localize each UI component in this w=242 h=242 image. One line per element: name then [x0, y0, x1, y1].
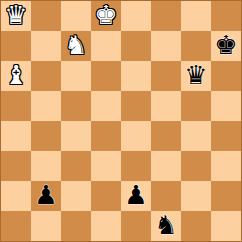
square-d5[interactable]	[91, 91, 121, 121]
square-b1[interactable]	[31, 211, 61, 241]
square-f2[interactable]	[151, 181, 181, 211]
square-h2[interactable]	[211, 181, 241, 211]
square-c1[interactable]	[61, 211, 91, 241]
square-d2[interactable]	[91, 181, 121, 211]
square-f1[interactable]: ♞	[151, 211, 181, 241]
square-b3[interactable]	[31, 151, 61, 181]
square-a4[interactable]	[1, 121, 31, 151]
square-a8[interactable]: ♛	[1, 1, 31, 31]
square-e5[interactable]	[121, 91, 151, 121]
square-f6[interactable]	[151, 61, 181, 91]
square-d4[interactable]	[91, 121, 121, 151]
square-a3[interactable]	[1, 151, 31, 181]
square-a6[interactable]: ♝	[1, 61, 31, 91]
square-c3[interactable]	[61, 151, 91, 181]
piece-black-pawn: ♟	[124, 182, 147, 208]
piece-black-knight: ♞	[154, 212, 177, 238]
square-h4[interactable]	[211, 121, 241, 151]
square-g8[interactable]	[181, 1, 211, 31]
piece-black-queen: ♛	[184, 62, 207, 88]
square-g7[interactable]	[181, 31, 211, 61]
square-f8[interactable]	[151, 1, 181, 31]
square-d8[interactable]: ♚	[91, 1, 121, 31]
square-g1[interactable]	[181, 211, 211, 241]
square-e6[interactable]	[121, 61, 151, 91]
square-h3[interactable]	[211, 151, 241, 181]
square-g5[interactable]	[181, 91, 211, 121]
square-h7[interactable]: ♚	[211, 31, 241, 61]
square-g3[interactable]	[181, 151, 211, 181]
square-b8[interactable]	[31, 1, 61, 31]
square-e1[interactable]	[121, 211, 151, 241]
square-g4[interactable]	[181, 121, 211, 151]
piece-white-queen: ♛	[4, 2, 27, 28]
chess-board: ♛♚♞♚♝♛♟♟♞	[0, 0, 242, 242]
square-d1[interactable]	[91, 211, 121, 241]
square-e2[interactable]: ♟	[121, 181, 151, 211]
piece-white-knight: ♞	[64, 32, 87, 58]
piece-black-pawn: ♟	[34, 182, 57, 208]
square-d3[interactable]	[91, 151, 121, 181]
square-e3[interactable]	[121, 151, 151, 181]
square-g6[interactable]: ♛	[181, 61, 211, 91]
square-c5[interactable]	[61, 91, 91, 121]
square-a5[interactable]	[1, 91, 31, 121]
square-d6[interactable]	[91, 61, 121, 91]
square-h5[interactable]	[211, 91, 241, 121]
square-h8[interactable]	[211, 1, 241, 31]
square-f7[interactable]	[151, 31, 181, 61]
square-a2[interactable]	[1, 181, 31, 211]
piece-black-king: ♚	[214, 32, 237, 58]
square-e4[interactable]	[121, 121, 151, 151]
square-c8[interactable]	[61, 1, 91, 31]
square-g2[interactable]	[181, 181, 211, 211]
square-c4[interactable]	[61, 121, 91, 151]
square-b6[interactable]	[31, 61, 61, 91]
square-b5[interactable]	[31, 91, 61, 121]
square-f3[interactable]	[151, 151, 181, 181]
square-e8[interactable]	[121, 1, 151, 31]
square-f5[interactable]	[151, 91, 181, 121]
square-a7[interactable]	[1, 31, 31, 61]
piece-white-king: ♚	[94, 2, 117, 28]
piece-white-bishop: ♝	[4, 62, 27, 88]
square-c7[interactable]: ♞	[61, 31, 91, 61]
square-a1[interactable]	[1, 211, 31, 241]
square-c6[interactable]	[61, 61, 91, 91]
square-e7[interactable]	[121, 31, 151, 61]
square-b2[interactable]: ♟	[31, 181, 61, 211]
square-f4[interactable]	[151, 121, 181, 151]
square-h1[interactable]	[211, 211, 241, 241]
square-h6[interactable]	[211, 61, 241, 91]
square-c2[interactable]	[61, 181, 91, 211]
square-b7[interactable]	[31, 31, 61, 61]
square-d7[interactable]	[91, 31, 121, 61]
square-b4[interactable]	[31, 121, 61, 151]
